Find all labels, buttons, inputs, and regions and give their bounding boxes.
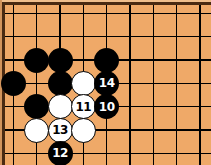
black-stone[interactable]: 14 — [94, 71, 119, 96]
grid-line-vertical — [199, 5, 200, 165]
black-stone[interactable] — [48, 71, 73, 96]
grid-line-horizontal — [5, 36, 211, 37]
white-stone[interactable]: 11 — [71, 94, 96, 119]
white-stone[interactable] — [71, 71, 96, 96]
white-stone[interactable] — [71, 118, 96, 143]
black-stone[interactable] — [24, 94, 49, 119]
grid-line-vertical — [129, 5, 130, 165]
black-stone[interactable] — [1, 71, 26, 96]
move-number-label: 11 — [75, 100, 91, 112]
grid-line-vertical — [176, 5, 177, 165]
white-stone[interactable] — [48, 94, 73, 119]
black-stone[interactable]: 12 — [48, 141, 73, 165]
black-stone[interactable]: 10 — [94, 94, 119, 119]
grid-line-horizontal — [5, 153, 211, 154]
black-stone[interactable] — [94, 48, 119, 73]
move-number-label: 10 — [99, 100, 115, 112]
grid-line-vertical — [153, 5, 154, 165]
black-stone[interactable] — [24, 48, 49, 73]
black-stone[interactable] — [48, 48, 73, 73]
move-number-label: 13 — [52, 124, 68, 136]
white-stone[interactable] — [24, 118, 49, 143]
go-board-diagram: 1411101312 — [0, 0, 211, 165]
move-number-label: 12 — [52, 147, 68, 159]
white-stone[interactable]: 13 — [48, 118, 73, 143]
move-number-label: 14 — [99, 77, 115, 89]
grid-line-horizontal — [5, 13, 211, 14]
